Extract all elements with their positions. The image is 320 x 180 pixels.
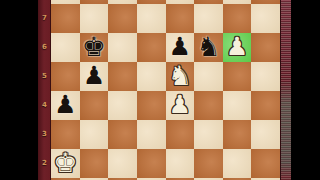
square-f4[interactable] [194, 91, 223, 120]
square-e6[interactable]: ♟ [166, 33, 195, 62]
square-g4[interactable] [223, 91, 252, 120]
square-c2[interactable] [108, 149, 137, 178]
square-d4[interactable] [137, 91, 166, 120]
rank-label-3: 3 [38, 130, 51, 138]
screenshot-canvas: ♚♟♞♟♟♞♟♟♚ 765432 [0, 0, 320, 180]
black-pawn: ♟ [83, 63, 105, 88]
square-d2[interactable] [137, 149, 166, 178]
square-g2[interactable] [223, 149, 252, 178]
square-c3[interactable] [108, 120, 137, 149]
rank-label-6: 6 [38, 43, 51, 51]
square-e7[interactable] [166, 4, 195, 33]
square-g6[interactable]: ♟ [223, 33, 252, 62]
square-b6[interactable]: ♚ [80, 33, 109, 62]
square-c5[interactable] [108, 62, 137, 91]
rank-label-4: 4 [38, 101, 51, 109]
square-d3[interactable] [137, 120, 166, 149]
square-f6[interactable]: ♞ [194, 33, 223, 62]
rank-label-5: 5 [38, 72, 51, 80]
black-pawn: ♟ [54, 92, 76, 117]
square-b5[interactable]: ♟ [80, 62, 109, 91]
white-knight: ♞ [168, 62, 192, 89]
rank-label-7: 7 [38, 14, 51, 22]
square-d7[interactable] [137, 4, 166, 33]
square-d1[interactable] [137, 178, 166, 180]
square-d5[interactable] [137, 62, 166, 91]
square-g7[interactable] [223, 4, 252, 33]
square-g5[interactable] [223, 62, 252, 91]
square-f1[interactable] [194, 178, 223, 180]
square-b7[interactable] [80, 4, 109, 33]
square-e3[interactable] [166, 120, 195, 149]
square-b3[interactable] [80, 120, 109, 149]
square-a4[interactable]: ♟ [51, 91, 80, 120]
square-c7[interactable] [108, 4, 137, 33]
square-e4[interactable]: ♟ [166, 91, 195, 120]
white-pawn: ♟ [226, 34, 248, 59]
square-h5[interactable] [251, 62, 280, 91]
square-b4[interactable] [80, 91, 109, 120]
rank-label-2: 2 [38, 159, 51, 167]
square-f7[interactable] [194, 4, 223, 33]
square-f3[interactable] [194, 120, 223, 149]
square-d6[interactable] [137, 33, 166, 62]
black-knight: ♞ [196, 33, 220, 60]
board-frame: ♚♟♞♟♟♞♟♟♚ 765432 [38, 0, 291, 180]
square-c1[interactable] [108, 178, 137, 180]
square-e2[interactable] [166, 149, 195, 178]
square-a6[interactable] [51, 33, 80, 62]
square-h7[interactable] [251, 4, 280, 33]
black-pawn: ♟ [169, 34, 191, 59]
square-c6[interactable] [108, 33, 137, 62]
square-h2[interactable] [251, 149, 280, 178]
square-h4[interactable] [251, 91, 280, 120]
square-g1[interactable] [223, 178, 252, 180]
square-g3[interactable] [223, 120, 252, 149]
square-h6[interactable] [251, 33, 280, 62]
square-e1[interactable] [166, 178, 195, 180]
square-a7[interactable] [51, 4, 80, 33]
black-king: ♚ [82, 33, 106, 60]
white-king: ♚ [53, 149, 77, 176]
square-h1[interactable] [251, 178, 280, 180]
chess-board: ♚♟♞♟♟♞♟♟♚ [51, 0, 280, 180]
square-a3[interactable] [51, 120, 80, 149]
frame-right-edge-texture [280, 0, 291, 180]
square-h3[interactable] [251, 120, 280, 149]
square-f2[interactable] [194, 149, 223, 178]
square-e5[interactable]: ♞ [166, 62, 195, 91]
square-b1[interactable] [80, 178, 109, 180]
square-f5[interactable] [194, 62, 223, 91]
square-a5[interactable] [51, 62, 80, 91]
square-a1[interactable] [51, 178, 80, 180]
square-c4[interactable] [108, 91, 137, 120]
white-pawn: ♟ [169, 92, 191, 117]
square-b2[interactable] [80, 149, 109, 178]
square-a2[interactable]: ♚ [51, 149, 80, 178]
